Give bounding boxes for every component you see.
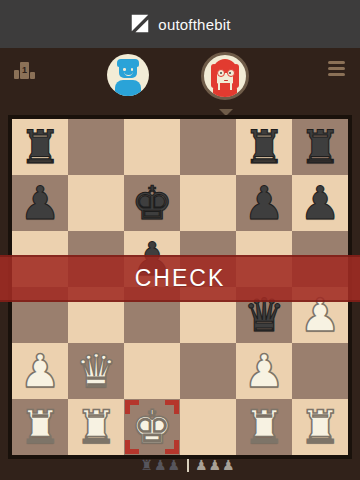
black-rook-e6: ♜ [243,119,284,175]
square-e2[interactable]: ♟ [236,343,292,399]
avatar-eye [229,72,231,74]
white-rook-e1: ♜ [243,399,284,455]
square-e5[interactable]: ♟ [236,175,292,231]
square-b2[interactable]: ♛ [68,343,124,399]
avatar-hair [233,64,239,88]
captured-black-pieces: ♜♟♟ [140,455,181,475]
square-a6[interactable]: ♜ [12,119,68,175]
hamburger-bar [328,61,345,64]
square-c5[interactable]: ♚ [124,175,180,231]
check-highlight-corner [165,400,179,414]
player-avatar-blue[interactable] [107,54,149,96]
hamburger-bar [328,73,345,76]
podium-bar-left [14,70,19,79]
square-b5[interactable] [68,175,124,231]
square-d1[interactable] [180,399,236,455]
menu-hamburger-icon[interactable] [328,61,345,78]
outofthebit-logo-icon [129,13,151,35]
check-banner: CHECK [0,255,360,302]
check-banner-text: CHECK [135,265,226,292]
square-d6[interactable] [180,119,236,175]
square-c6[interactable] [124,119,180,175]
square-b1[interactable]: ♜ [68,399,124,455]
black-pawn-e5: ♟ [243,175,284,231]
top-brand-bar: outofthebit [0,0,360,48]
captured-pieces-tray: ♜♟♟ ♟♟♟ [8,455,360,475]
avatar-strap [218,83,220,90]
white-pawn-a2: ♟ [19,343,60,399]
hamburger-bar [328,67,345,70]
podium-bar-right [30,72,35,79]
captured-white-pieces: ♟♟♟ [195,455,236,475]
avatar-glasses-bridge [224,72,228,74]
check-highlight-corner [125,400,139,414]
square-d5[interactable] [180,175,236,231]
white-pawn-e2: ♟ [243,343,284,399]
white-rook-b1: ♜ [75,399,116,455]
avatar-hair [211,64,217,88]
square-f5[interactable]: ♟ [292,175,348,231]
square-a5[interactable]: ♟ [12,175,68,231]
square-d2[interactable] [180,343,236,399]
ranking-podium-icon[interactable]: 1 [14,62,35,79]
avatar-strap [230,83,232,90]
square-f6[interactable]: ♜ [292,119,348,175]
podium-bar-first-place: 1 [20,62,29,79]
white-queen-b2: ♛ [75,343,116,399]
square-a1[interactable]: ♜ [12,399,68,455]
black-rook-a6: ♜ [19,119,60,175]
square-c1[interactable]: ♚ [124,399,180,455]
black-pawn-a5: ♟ [19,175,60,231]
square-f2[interactable] [292,343,348,399]
black-pawn-f5: ♟ [299,175,340,231]
check-highlight-corner [125,440,139,454]
avatar-torso [115,80,141,96]
check-highlight-corner [165,440,179,454]
avatar-eye [220,72,222,74]
square-a2[interactable]: ♟ [12,343,68,399]
white-rook-a1: ♜ [19,399,60,455]
square-e6[interactable]: ♜ [236,119,292,175]
brand-text: outofthebit [158,16,230,33]
tray-separator [187,459,189,472]
black-rook-f6: ♜ [299,119,340,175]
black-king-c5: ♚ [131,175,172,231]
square-b6[interactable] [68,119,124,175]
avatar-smile [124,70,133,76]
square-e1[interactable]: ♜ [236,399,292,455]
square-f1[interactable]: ♜ [292,399,348,455]
square-c2[interactable] [124,343,180,399]
player-avatar-red[interactable] [201,52,249,100]
avatar-mouth [224,80,228,82]
white-rook-f1: ♜ [299,399,340,455]
